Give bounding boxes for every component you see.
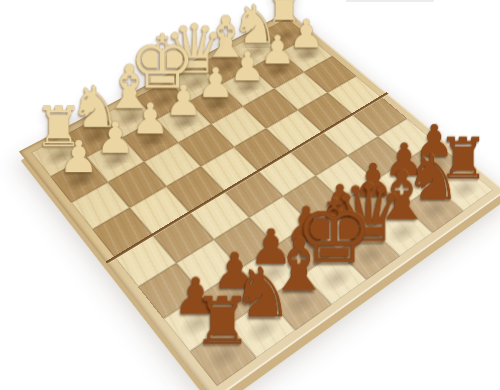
- piece-white-pawn: ♟: [33, 135, 124, 179]
- photo-background: ♜♞♝♚♛♝♞♜♟♟♟♟♟♟♟♟♟♟♟♟♟♟♟♟♜♞♝♚♛♝♞♜: [0, 0, 500, 390]
- scene: ♜♞♝♚♛♝♞♜♟♟♟♟♟♟♟♟♟♟♟♟♟♟♟♟♜♞♝♚♛♝♞♜: [0, 0, 500, 390]
- piece-black-rook: ♜: [170, 289, 277, 355]
- chess-board: ♜♞♝♚♛♝♞♜♟♟♟♟♟♟♟♟♟♟♟♟♟♟♟♟♜♞♝♚♛♝♞♜: [31, 18, 493, 386]
- board-grid: ♜♞♝♚♛♝♞♜♟♟♟♟♟♟♟♟♟♟♟♟♟♟♟♟♜♞♝♚♛♝♞♜: [31, 18, 493, 386]
